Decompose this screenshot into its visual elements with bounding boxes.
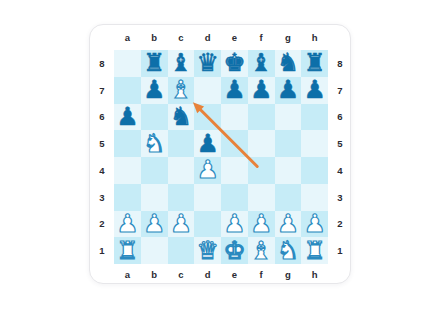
square-g3[interactable] bbox=[275, 184, 302, 211]
black-rook[interactable]: ♜ bbox=[143, 50, 165, 76]
square-h5[interactable] bbox=[301, 130, 328, 157]
white-pawn[interactable]: ♟ bbox=[196, 157, 218, 183]
square-f2[interactable]: ♟ bbox=[248, 211, 275, 238]
black-bishop[interactable]: ♝ bbox=[250, 50, 272, 76]
file-label-e: e bbox=[221, 264, 248, 284]
square-a5[interactable] bbox=[114, 130, 141, 157]
square-a4[interactable] bbox=[114, 157, 141, 184]
square-a6[interactable]: ♟ bbox=[114, 104, 141, 131]
square-f7[interactable]: ♟ bbox=[248, 77, 275, 104]
file-label-h: h bbox=[301, 25, 328, 50]
square-d5[interactable]: ♟ bbox=[194, 130, 221, 157]
square-e3[interactable] bbox=[221, 184, 248, 211]
square-h4[interactable] bbox=[301, 157, 328, 184]
black-knight[interactable]: ♞ bbox=[170, 104, 192, 130]
white-rook[interactable]: ♜ bbox=[303, 238, 325, 264]
square-e5[interactable] bbox=[221, 130, 248, 157]
black-queen[interactable]: ♛ bbox=[196, 50, 218, 76]
black-pawn[interactable]: ♟ bbox=[303, 77, 325, 103]
square-c4[interactable] bbox=[168, 157, 195, 184]
rank-label-2: 2 bbox=[328, 211, 352, 238]
rank-label-6: 6 bbox=[328, 104, 352, 131]
rank-label-6: 6 bbox=[90, 104, 114, 131]
square-b7[interactable]: ♟ bbox=[141, 77, 168, 104]
white-pawn[interactable]: ♟ bbox=[277, 211, 299, 237]
file-label-b: b bbox=[141, 25, 168, 50]
white-king[interactable]: ♚ bbox=[223, 238, 245, 264]
rank-label-8: 8 bbox=[328, 50, 352, 77]
rank-label-1: 1 bbox=[90, 237, 114, 264]
square-e1[interactable]: ♚ bbox=[221, 237, 248, 264]
rank-label-5: 5 bbox=[90, 130, 114, 157]
square-e2[interactable]: ♟ bbox=[221, 211, 248, 238]
square-h3[interactable] bbox=[301, 184, 328, 211]
black-pawn[interactable]: ♟ bbox=[277, 77, 299, 103]
black-pawn[interactable]: ♟ bbox=[116, 104, 138, 130]
square-d2[interactable] bbox=[194, 211, 221, 238]
rank-label-4: 4 bbox=[90, 157, 114, 184]
file-label-h: h bbox=[301, 264, 328, 284]
rank-labels-right: 87654321 bbox=[328, 50, 352, 264]
square-d6[interactable] bbox=[194, 104, 221, 131]
file-labels-top: abcdefgh bbox=[114, 25, 328, 50]
black-pawn[interactable]: ♟ bbox=[223, 77, 245, 103]
white-bishop[interactable]: ♝ bbox=[250, 238, 272, 264]
file-label-g: g bbox=[275, 25, 302, 50]
square-c3[interactable] bbox=[168, 184, 195, 211]
black-bishop[interactable]: ♝ bbox=[170, 50, 192, 76]
square-b5[interactable]: ♞ bbox=[141, 130, 168, 157]
rank-label-7: 7 bbox=[328, 77, 352, 104]
file-label-g: g bbox=[275, 264, 302, 284]
square-b6[interactable] bbox=[141, 104, 168, 131]
square-b2[interactable]: ♟ bbox=[141, 211, 168, 238]
square-g4[interactable] bbox=[275, 157, 302, 184]
square-b8[interactable]: ♜ bbox=[141, 50, 168, 77]
white-pawn[interactable]: ♟ bbox=[143, 211, 165, 237]
rank-label-7: 7 bbox=[90, 77, 114, 104]
black-pawn[interactable]: ♟ bbox=[196, 131, 218, 157]
square-a3[interactable] bbox=[114, 184, 141, 211]
rank-label-5: 5 bbox=[328, 130, 352, 157]
square-a2[interactable]: ♟ bbox=[114, 211, 141, 238]
black-rook[interactable]: ♜ bbox=[303, 50, 325, 76]
square-c8[interactable]: ♝ bbox=[168, 50, 195, 77]
square-h8[interactable]: ♜ bbox=[301, 50, 328, 77]
rank-label-4: 4 bbox=[328, 157, 352, 184]
file-label-c: c bbox=[168, 264, 195, 284]
square-h7[interactable]: ♟ bbox=[301, 77, 328, 104]
square-c5[interactable] bbox=[168, 130, 195, 157]
file-label-b: b bbox=[141, 264, 168, 284]
white-bishop[interactable]: ♝ bbox=[170, 77, 192, 103]
square-c1[interactable] bbox=[168, 237, 195, 264]
square-c6[interactable]: ♞ bbox=[168, 104, 195, 131]
square-a8[interactable] bbox=[114, 50, 141, 77]
file-label-a: a bbox=[114, 264, 141, 284]
rank-label-3: 3 bbox=[328, 184, 352, 211]
chess-board[interactable]: ♜♝♛♚♝♞♜♟♝♟♟♟♟♟♞♞♟♟♟♟♟♟♟♟♟♜♛♚♝♞♜ bbox=[114, 50, 328, 264]
white-pawn[interactable]: ♟ bbox=[170, 211, 192, 237]
file-label-f: f bbox=[248, 25, 275, 50]
black-pawn[interactable]: ♟ bbox=[143, 77, 165, 103]
square-b1[interactable] bbox=[141, 237, 168, 264]
square-f4[interactable] bbox=[248, 157, 275, 184]
file-labels-bottom: abcdefgh bbox=[114, 264, 328, 284]
square-g1[interactable]: ♞ bbox=[275, 237, 302, 264]
page: abcdefgh 87654321 ♜♝♛♚♝♞♜♟♝♟♟♟♟♟♞♞♟♟♟♟♟♟… bbox=[0, 0, 440, 315]
square-g8[interactable]: ♞ bbox=[275, 50, 302, 77]
square-c2[interactable]: ♟ bbox=[168, 211, 195, 238]
square-d7[interactable] bbox=[194, 77, 221, 104]
square-f3[interactable] bbox=[248, 184, 275, 211]
rank-label-8: 8 bbox=[90, 50, 114, 77]
square-d1[interactable]: ♛ bbox=[194, 237, 221, 264]
white-pawn[interactable]: ♟ bbox=[303, 211, 325, 237]
square-f5[interactable] bbox=[248, 130, 275, 157]
file-label-d: d bbox=[194, 25, 221, 50]
square-h6[interactable] bbox=[301, 104, 328, 131]
square-e4[interactable] bbox=[221, 157, 248, 184]
chessboard-card: abcdefgh 87654321 ♜♝♛♚♝♞♜♟♝♟♟♟♟♟♞♞♟♟♟♟♟♟… bbox=[89, 24, 351, 284]
rank-label-1: 1 bbox=[328, 237, 352, 264]
square-d3[interactable] bbox=[194, 184, 221, 211]
square-d8[interactable]: ♛ bbox=[194, 50, 221, 77]
black-knight[interactable]: ♞ bbox=[277, 50, 299, 76]
square-g5[interactable] bbox=[275, 130, 302, 157]
white-queen[interactable]: ♛ bbox=[196, 238, 218, 264]
square-d4[interactable]: ♟ bbox=[194, 157, 221, 184]
square-a1[interactable]: ♜ bbox=[114, 237, 141, 264]
file-label-f: f bbox=[248, 264, 275, 284]
black-king[interactable]: ♚ bbox=[223, 50, 245, 76]
square-a7[interactable] bbox=[114, 77, 141, 104]
square-e8[interactable]: ♚ bbox=[221, 50, 248, 77]
white-pawn[interactable]: ♟ bbox=[223, 211, 245, 237]
white-rook[interactable]: ♜ bbox=[116, 238, 138, 264]
rank-label-2: 2 bbox=[90, 211, 114, 238]
square-f8[interactable]: ♝ bbox=[248, 50, 275, 77]
square-g2[interactable]: ♟ bbox=[275, 211, 302, 238]
square-h1[interactable]: ♜ bbox=[301, 237, 328, 264]
file-label-d: d bbox=[194, 264, 221, 284]
square-e6[interactable] bbox=[221, 104, 248, 131]
square-e7[interactable]: ♟ bbox=[221, 77, 248, 104]
file-label-a: a bbox=[114, 25, 141, 50]
square-f1[interactable]: ♝ bbox=[248, 237, 275, 264]
square-c7[interactable]: ♝ bbox=[168, 77, 195, 104]
square-g6[interactable] bbox=[275, 104, 302, 131]
square-g7[interactable]: ♟ bbox=[275, 77, 302, 104]
file-label-e: e bbox=[221, 25, 248, 50]
black-pawn[interactable]: ♟ bbox=[250, 77, 272, 103]
rank-labels-left: 87654321 bbox=[90, 50, 114, 264]
white-knight[interactable]: ♞ bbox=[143, 131, 165, 157]
white-pawn[interactable]: ♟ bbox=[250, 211, 272, 237]
square-b4[interactable] bbox=[141, 157, 168, 184]
white-pawn[interactable]: ♟ bbox=[116, 211, 138, 237]
file-label-c: c bbox=[168, 25, 195, 50]
square-h2[interactable]: ♟ bbox=[301, 211, 328, 238]
square-f6[interactable] bbox=[248, 104, 275, 131]
rank-label-3: 3 bbox=[90, 184, 114, 211]
square-b3[interactable] bbox=[141, 184, 168, 211]
white-knight[interactable]: ♞ bbox=[277, 238, 299, 264]
